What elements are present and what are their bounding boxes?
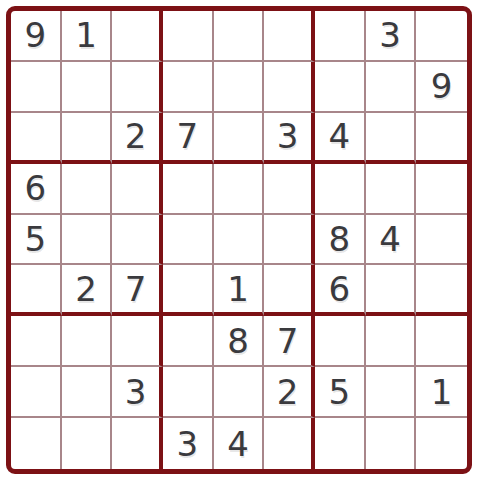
cell-r3c1[interactable] bbox=[11, 113, 62, 164]
cell-r2c7[interactable] bbox=[315, 62, 366, 113]
cell-r8c1[interactable] bbox=[11, 367, 62, 418]
cell-r3c6[interactable]: 3 bbox=[264, 113, 315, 164]
cell-r7c7[interactable] bbox=[315, 316, 366, 367]
given-digit: 4 bbox=[329, 119, 351, 153]
cell-r7c8[interactable] bbox=[366, 316, 417, 367]
given-digit: 4 bbox=[227, 427, 249, 461]
given-digit: 8 bbox=[329, 222, 351, 256]
cell-r2c8[interactable] bbox=[366, 62, 417, 113]
given-digit: 2 bbox=[277, 375, 299, 409]
cell-r3c2[interactable] bbox=[62, 113, 113, 164]
cell-r6c2[interactable]: 2 bbox=[62, 265, 113, 316]
cell-r4c5[interactable] bbox=[214, 164, 265, 215]
cell-r8c5[interactable] bbox=[214, 367, 265, 418]
cell-r9c2[interactable] bbox=[62, 418, 113, 469]
cell-r8c4[interactable] bbox=[163, 367, 214, 418]
cell-r7c1[interactable] bbox=[11, 316, 62, 367]
cell-r6c7[interactable]: 6 bbox=[315, 265, 366, 316]
sudoku-board: 913927346584271687325134 bbox=[6, 6, 472, 474]
cell-r6c8[interactable] bbox=[366, 265, 417, 316]
given-digit: 5 bbox=[25, 222, 47, 256]
given-digit: 3 bbox=[177, 427, 199, 461]
cell-r8c9[interactable]: 1 bbox=[416, 367, 467, 418]
given-digit: 9 bbox=[431, 69, 453, 103]
cell-r5c8[interactable]: 4 bbox=[366, 215, 417, 266]
given-digit: 2 bbox=[125, 119, 147, 153]
cell-r3c5[interactable] bbox=[214, 113, 265, 164]
given-digit: 6 bbox=[25, 171, 47, 205]
cell-r1c6[interactable] bbox=[264, 11, 315, 62]
cell-r9c6[interactable] bbox=[264, 418, 315, 469]
cell-r4c9[interactable] bbox=[416, 164, 467, 215]
given-digit: 2 bbox=[75, 272, 97, 306]
cell-r5c2[interactable] bbox=[62, 215, 113, 266]
given-digit: 7 bbox=[125, 272, 147, 306]
cell-r5c4[interactable] bbox=[163, 215, 214, 266]
cell-r4c8[interactable] bbox=[366, 164, 417, 215]
cell-r8c8[interactable] bbox=[366, 367, 417, 418]
cell-r2c2[interactable] bbox=[62, 62, 113, 113]
cell-r5c7[interactable]: 8 bbox=[315, 215, 366, 266]
cell-r6c9[interactable] bbox=[416, 265, 467, 316]
cell-r3c8[interactable] bbox=[366, 113, 417, 164]
cell-r2c5[interactable] bbox=[214, 62, 265, 113]
cell-r7c9[interactable] bbox=[416, 316, 467, 367]
cell-r7c6[interactable]: 7 bbox=[264, 316, 315, 367]
given-digit: 5 bbox=[329, 375, 351, 409]
cell-r4c7[interactable] bbox=[315, 164, 366, 215]
cell-r4c3[interactable] bbox=[112, 164, 163, 215]
cell-r7c4[interactable] bbox=[163, 316, 214, 367]
given-digit: 4 bbox=[379, 222, 401, 256]
cell-r6c6[interactable] bbox=[264, 265, 315, 316]
cell-r1c2[interactable]: 1 bbox=[62, 11, 113, 62]
cell-r9c1[interactable] bbox=[11, 418, 62, 469]
cell-r6c5[interactable]: 1 bbox=[214, 265, 265, 316]
cell-r7c3[interactable] bbox=[112, 316, 163, 367]
given-digit: 3 bbox=[125, 375, 147, 409]
cell-r5c6[interactable] bbox=[264, 215, 315, 266]
cell-r4c6[interactable] bbox=[264, 164, 315, 215]
given-digit: 6 bbox=[329, 272, 351, 306]
cell-r1c7[interactable] bbox=[315, 11, 366, 62]
cell-r9c3[interactable] bbox=[112, 418, 163, 469]
cell-r2c1[interactable] bbox=[11, 62, 62, 113]
cell-r4c1[interactable]: 6 bbox=[11, 164, 62, 215]
cell-r5c5[interactable] bbox=[214, 215, 265, 266]
cell-r8c7[interactable]: 5 bbox=[315, 367, 366, 418]
given-digit: 3 bbox=[379, 18, 401, 52]
cell-r3c7[interactable]: 4 bbox=[315, 113, 366, 164]
cell-r1c4[interactable] bbox=[163, 11, 214, 62]
cell-r7c5[interactable]: 8 bbox=[214, 316, 265, 367]
cell-r1c5[interactable] bbox=[214, 11, 265, 62]
cell-r1c9[interactable] bbox=[416, 11, 467, 62]
cell-r9c8[interactable] bbox=[366, 418, 417, 469]
given-digit: 1 bbox=[227, 272, 249, 306]
given-digit: 3 bbox=[277, 119, 299, 153]
given-digit: 9 bbox=[25, 18, 47, 52]
cell-r5c1[interactable]: 5 bbox=[11, 215, 62, 266]
cell-r6c4[interactable] bbox=[163, 265, 214, 316]
cell-r1c8[interactable]: 3 bbox=[366, 11, 417, 62]
cell-r9c5[interactable]: 4 bbox=[214, 418, 265, 469]
cell-r8c6[interactable]: 2 bbox=[264, 367, 315, 418]
cell-r1c3[interactable] bbox=[112, 11, 163, 62]
cell-r1c1[interactable]: 9 bbox=[11, 11, 62, 62]
cell-r3c4[interactable]: 7 bbox=[163, 113, 214, 164]
cell-r5c3[interactable] bbox=[112, 215, 163, 266]
cell-r9c4[interactable]: 3 bbox=[163, 418, 214, 469]
cell-r8c2[interactable] bbox=[62, 367, 113, 418]
cell-r7c2[interactable] bbox=[62, 316, 113, 367]
cell-r2c3[interactable] bbox=[112, 62, 163, 113]
cell-r5c9[interactable] bbox=[416, 215, 467, 266]
given-digit: 1 bbox=[431, 375, 453, 409]
cell-r3c3[interactable]: 2 bbox=[112, 113, 163, 164]
given-digit: 7 bbox=[277, 324, 299, 358]
cell-r6c1[interactable] bbox=[11, 265, 62, 316]
cell-r9c7[interactable] bbox=[315, 418, 366, 469]
cell-r9c9[interactable] bbox=[416, 418, 467, 469]
cell-r2c4[interactable] bbox=[163, 62, 214, 113]
cell-r4c4[interactable] bbox=[163, 164, 214, 215]
cell-r3c9[interactable] bbox=[416, 113, 467, 164]
given-digit: 8 bbox=[227, 324, 249, 358]
given-digit: 1 bbox=[75, 18, 97, 52]
cell-r2c6[interactable] bbox=[264, 62, 315, 113]
cell-r4c2[interactable] bbox=[62, 164, 113, 215]
given-digit: 7 bbox=[177, 119, 199, 153]
cell-r8c3[interactable]: 3 bbox=[112, 367, 163, 418]
cell-r2c9[interactable]: 9 bbox=[416, 62, 467, 113]
cell-r6c3[interactable]: 7 bbox=[112, 265, 163, 316]
